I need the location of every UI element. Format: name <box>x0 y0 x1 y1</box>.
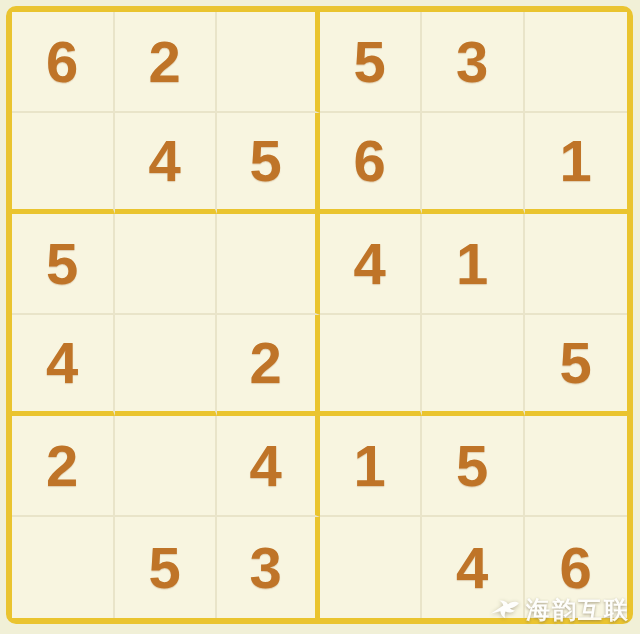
digit: 4 <box>456 539 488 597</box>
digit: 4 <box>354 235 386 293</box>
digit: 4 <box>250 437 282 495</box>
digit: 4 <box>46 334 78 392</box>
cell-r6c3[interactable]: 3 <box>217 517 320 618</box>
cell-r2c4[interactable]: 6 <box>320 113 423 214</box>
cell-r3c3[interactable] <box>217 214 320 315</box>
cell-r5c1[interactable]: 2 <box>12 416 115 517</box>
digit: 2 <box>46 437 78 495</box>
cell-r1c2[interactable]: 2 <box>115 12 218 113</box>
digit: 5 <box>560 334 592 392</box>
cell-r4c4[interactable] <box>320 315 423 416</box>
digit: 1 <box>456 235 488 293</box>
watermark: 海韵互联 <box>490 594 630 626</box>
cell-r6c1[interactable] <box>12 517 115 618</box>
digit: 3 <box>250 539 282 597</box>
digit: 5 <box>250 132 282 190</box>
cell-r4c5[interactable] <box>422 315 525 416</box>
cell-r1c1[interactable]: 6 <box>12 12 115 113</box>
digit: 2 <box>149 33 181 91</box>
cell-r2c5[interactable] <box>422 113 525 214</box>
cell-r4c6[interactable]: 5 <box>525 315 628 416</box>
cell-r2c2[interactable]: 4 <box>115 113 218 214</box>
cell-r5c3[interactable]: 4 <box>217 416 320 517</box>
cell-r6c2[interactable]: 5 <box>115 517 218 618</box>
cell-r1c4[interactable]: 5 <box>320 12 423 113</box>
digit: 1 <box>354 437 386 495</box>
sudoku-board: 6253456154142524155346 <box>6 6 633 624</box>
cell-r4c3[interactable]: 2 <box>217 315 320 416</box>
digit: 4 <box>149 132 181 190</box>
cell-r2c6[interactable]: 1 <box>525 113 628 214</box>
digit: 2 <box>250 334 282 392</box>
cell-r3c1[interactable]: 5 <box>12 214 115 315</box>
cell-r5c6[interactable] <box>525 416 628 517</box>
cell-r5c4[interactable]: 1 <box>320 416 423 517</box>
digit: 6 <box>354 132 386 190</box>
cell-r6c4[interactable] <box>320 517 423 618</box>
cell-r3c4[interactable]: 4 <box>320 214 423 315</box>
digit: 5 <box>456 437 488 495</box>
bird-icon <box>490 598 520 622</box>
cell-r1c3[interactable] <box>217 12 320 113</box>
cell-r2c1[interactable] <box>12 113 115 214</box>
cell-r2c3[interactable]: 5 <box>217 113 320 214</box>
sudoku-grid: 6253456154142524155346 <box>12 12 627 618</box>
cell-r3c2[interactable] <box>115 214 218 315</box>
cell-r1c5[interactable]: 3 <box>422 12 525 113</box>
cell-r5c2[interactable] <box>115 416 218 517</box>
cell-r4c1[interactable]: 4 <box>12 315 115 416</box>
cell-r3c5[interactable]: 1 <box>422 214 525 315</box>
digit: 5 <box>46 235 78 293</box>
digit: 6 <box>560 539 592 597</box>
cell-r1c6[interactable] <box>525 12 628 113</box>
digit: 1 <box>560 132 592 190</box>
digit: 5 <box>354 33 386 91</box>
cell-r3c6[interactable] <box>525 214 628 315</box>
digit: 6 <box>46 33 78 91</box>
digit: 5 <box>149 539 181 597</box>
digit: 3 <box>456 33 488 91</box>
cell-r4c2[interactable] <box>115 315 218 416</box>
cell-r5c5[interactable]: 5 <box>422 416 525 517</box>
watermark-text: 海韵互联 <box>526 594 630 626</box>
